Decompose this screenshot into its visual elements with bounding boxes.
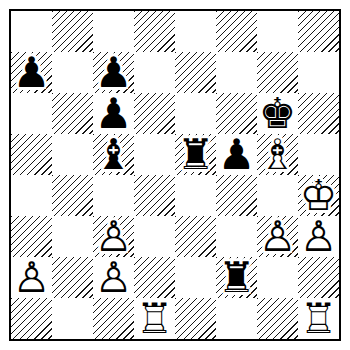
- white-king-icon: ♔: [298, 175, 339, 216]
- square-b3[interactable]: [52, 216, 93, 257]
- white-pawn-icon: ♙: [93, 216, 134, 257]
- square-a1[interactable]: [11, 298, 52, 339]
- white-bishop-icon: ♗: [257, 134, 298, 175]
- square-b6[interactable]: [52, 93, 93, 134]
- black-pawn-icon: ♟: [93, 93, 134, 134]
- white-pawn-icon: ♙: [93, 257, 134, 298]
- square-d5[interactable]: [134, 134, 175, 175]
- square-g5[interactable]: ♝♗: [257, 134, 298, 175]
- piece-black-rook-e5[interactable]: ♜: [175, 134, 216, 175]
- square-g1[interactable]: [257, 298, 298, 339]
- square-a2[interactable]: ♟♙: [11, 257, 52, 298]
- black-pawn-icon: ♟: [93, 52, 134, 93]
- piece-black-pawn-c7[interactable]: ♟: [93, 52, 134, 93]
- piece-black-pawn-a7[interactable]: ♟: [11, 52, 52, 93]
- square-e8[interactable]: [175, 11, 216, 52]
- square-e3[interactable]: [175, 216, 216, 257]
- square-h7[interactable]: [298, 52, 339, 93]
- white-pawn-icon: ♙: [298, 216, 339, 257]
- square-b1[interactable]: [52, 298, 93, 339]
- square-d6[interactable]: [134, 93, 175, 134]
- piece-white-pawn-c3[interactable]: ♟♙: [93, 216, 134, 257]
- square-b8[interactable]: [52, 11, 93, 52]
- square-c8[interactable]: [93, 11, 134, 52]
- square-e5[interactable]: ♜: [175, 134, 216, 175]
- square-a6[interactable]: [11, 93, 52, 134]
- square-c2[interactable]: ♟♙: [93, 257, 134, 298]
- piece-white-king-h4[interactable]: ♚♔: [298, 175, 339, 216]
- square-g6[interactable]: ♚: [257, 93, 298, 134]
- square-h1[interactable]: ♜♖: [298, 298, 339, 339]
- piece-white-pawn-g3[interactable]: ♟♙: [257, 216, 298, 257]
- square-h4[interactable]: ♚♔: [298, 175, 339, 216]
- square-g3[interactable]: ♟♙: [257, 216, 298, 257]
- square-f2[interactable]: ♜: [216, 257, 257, 298]
- square-c1[interactable]: [93, 298, 134, 339]
- piece-white-rook-h1[interactable]: ♜♖: [298, 298, 339, 339]
- black-pawn-icon: ♟: [216, 134, 257, 175]
- square-b7[interactable]: [52, 52, 93, 93]
- piece-black-pawn-c6[interactable]: ♟: [93, 93, 134, 134]
- white-rook-icon: ♖: [134, 298, 175, 339]
- square-e7[interactable]: [175, 52, 216, 93]
- piece-white-pawn-c2[interactable]: ♟♙: [93, 257, 134, 298]
- square-b2[interactable]: [52, 257, 93, 298]
- square-g2[interactable]: [257, 257, 298, 298]
- square-d2[interactable]: [134, 257, 175, 298]
- square-f3[interactable]: [216, 216, 257, 257]
- square-b5[interactable]: [52, 134, 93, 175]
- square-f7[interactable]: [216, 52, 257, 93]
- square-d7[interactable]: [134, 52, 175, 93]
- square-f8[interactable]: [216, 11, 257, 52]
- black-rook-icon: ♜: [216, 257, 257, 298]
- piece-black-bishop-c5[interactable]: ♝: [93, 134, 134, 175]
- piece-black-rook-f2[interactable]: ♜: [216, 257, 257, 298]
- black-pawn-icon: ♟: [11, 52, 52, 93]
- white-pawn-icon: ♙: [257, 216, 298, 257]
- piece-white-bishop-g5[interactable]: ♝♗: [257, 134, 298, 175]
- square-c7[interactable]: ♟: [93, 52, 134, 93]
- square-b4[interactable]: [52, 175, 93, 216]
- square-f6[interactable]: [216, 93, 257, 134]
- square-h6[interactable]: [298, 93, 339, 134]
- square-d4[interactable]: [134, 175, 175, 216]
- piece-black-pawn-f5[interactable]: ♟: [216, 134, 257, 175]
- square-e6[interactable]: [175, 93, 216, 134]
- square-e2[interactable]: [175, 257, 216, 298]
- piece-white-pawn-a2[interactable]: ♟♙: [11, 257, 52, 298]
- square-a5[interactable]: [11, 134, 52, 175]
- square-d3[interactable]: [134, 216, 175, 257]
- square-h2[interactable]: [298, 257, 339, 298]
- black-king-icon: ♚: [257, 93, 298, 134]
- board-grid: ♟♟♟♚♝♜♟♝♗♚♔♟♙♟♙♟♙♟♙♟♙♜♜♖♜♖: [9, 9, 341, 341]
- square-c3[interactable]: ♟♙: [93, 216, 134, 257]
- square-e4[interactable]: [175, 175, 216, 216]
- square-h3[interactable]: ♟♙: [298, 216, 339, 257]
- white-rook-icon: ♖: [298, 298, 339, 339]
- square-g7[interactable]: [257, 52, 298, 93]
- black-bishop-icon: ♝: [93, 134, 134, 175]
- square-f1[interactable]: [216, 298, 257, 339]
- square-a8[interactable]: [11, 11, 52, 52]
- square-f4[interactable]: [216, 175, 257, 216]
- white-pawn-icon: ♙: [11, 257, 52, 298]
- square-c6[interactable]: ♟: [93, 93, 134, 134]
- piece-white-rook-d1[interactable]: ♜♖: [134, 298, 175, 339]
- square-a7[interactable]: ♟: [11, 52, 52, 93]
- piece-white-pawn-h3[interactable]: ♟♙: [298, 216, 339, 257]
- square-g8[interactable]: [257, 11, 298, 52]
- square-c5[interactable]: ♝: [93, 134, 134, 175]
- square-h8[interactable]: [298, 11, 339, 52]
- square-a3[interactable]: [11, 216, 52, 257]
- square-e1[interactable]: [175, 298, 216, 339]
- piece-black-king-g6[interactable]: ♚: [257, 93, 298, 134]
- square-a4[interactable]: [11, 175, 52, 216]
- black-rook-icon: ♜: [175, 134, 216, 175]
- chess-board: ♟♟♟♚♝♜♟♝♗♚♔♟♙♟♙♟♙♟♙♟♙♜♜♖♜♖: [9, 9, 341, 341]
- square-d8[interactable]: [134, 11, 175, 52]
- square-f5[interactable]: ♟: [216, 134, 257, 175]
- square-h5[interactable]: [298, 134, 339, 175]
- square-c4[interactable]: [93, 175, 134, 216]
- square-d1[interactable]: ♜♖: [134, 298, 175, 339]
- square-g4[interactable]: [257, 175, 298, 216]
